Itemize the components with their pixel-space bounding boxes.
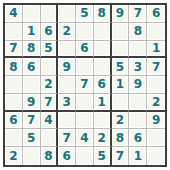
cell-r5c2-empty[interactable]: [23, 76, 41, 94]
cell-r9c6-given: 5: [94, 147, 112, 165]
cell-r9c2-empty[interactable]: [23, 147, 41, 165]
cell-r2c3-given: 6: [41, 23, 59, 41]
cell-r1c1-given: 4: [5, 5, 23, 23]
cell-r8c3-empty[interactable]: [41, 129, 59, 147]
cell-r4c8-given: 3: [129, 58, 147, 76]
cell-r2c2-given: 1: [23, 23, 41, 41]
cell-r5c3-given: 2: [41, 76, 59, 94]
cell-r3c1-given: 7: [5, 41, 23, 59]
cell-r8c4-given: 7: [58, 129, 76, 147]
cell-r9c5-empty[interactable]: [76, 147, 94, 165]
cell-r2c8-given: 8: [129, 23, 147, 41]
cell-r7c6-empty[interactable]: [94, 112, 112, 130]
cell-r6c8-empty[interactable]: [129, 94, 147, 112]
cell-r1c6-given: 8: [94, 5, 112, 23]
cell-r4c2-given: 6: [23, 58, 41, 76]
cell-r6c9-given: 2: [147, 94, 165, 112]
cell-r2c5-empty[interactable]: [76, 23, 94, 41]
cell-r1c7-given: 9: [112, 5, 130, 23]
cell-r4c7-given: 5: [112, 58, 130, 76]
cell-r7c5-empty[interactable]: [76, 112, 94, 130]
cell-r9c1-given: 2: [5, 147, 23, 165]
cell-r1c4-empty[interactable]: [58, 5, 76, 23]
cell-r5c8-given: 9: [129, 76, 147, 94]
cell-r5c6-given: 6: [94, 76, 112, 94]
cell-r7c2-given: 7: [23, 112, 41, 130]
cell-r2c6-empty[interactable]: [94, 23, 112, 41]
cell-r9c9-empty[interactable]: [147, 147, 165, 165]
cell-r2c1-empty[interactable]: [5, 23, 23, 41]
cell-r6c6-given: 1: [94, 94, 112, 112]
cell-r3c7-empty[interactable]: [112, 41, 130, 59]
cell-r1c9-given: 6: [147, 5, 165, 23]
cell-r5c4-empty[interactable]: [58, 76, 76, 94]
cell-r7c9-given: 9: [147, 112, 165, 130]
cell-r6c1-empty[interactable]: [5, 94, 23, 112]
cell-r6c7-empty[interactable]: [112, 94, 130, 112]
cell-r7c4-empty[interactable]: [58, 112, 76, 130]
cell-r9c8-given: 1: [129, 147, 147, 165]
cell-r3c5-given: 6: [76, 41, 94, 59]
cell-r6c3-given: 7: [41, 94, 59, 112]
cell-r4c9-given: 7: [147, 58, 165, 76]
cell-r1c2-empty[interactable]: [23, 5, 41, 23]
cell-r1c3-empty[interactable]: [41, 5, 59, 23]
cell-r4c4-given: 9: [58, 58, 76, 76]
cell-r2c7-empty[interactable]: [112, 23, 130, 41]
cell-r3c2-given: 8: [23, 41, 41, 59]
cell-r5c7-given: 1: [112, 76, 130, 94]
cell-r3c6-empty[interactable]: [94, 41, 112, 59]
cell-r4c5-empty[interactable]: [76, 58, 94, 76]
cell-r1c8-given: 7: [129, 5, 147, 23]
sudoku-board: 4589761628785618695372761997312674295742…: [3, 3, 167, 167]
cell-r8c5-given: 4: [76, 129, 94, 147]
cell-r7c1-given: 6: [5, 112, 23, 130]
cell-r7c8-empty[interactable]: [129, 112, 147, 130]
cell-r6c4-given: 3: [58, 94, 76, 112]
cell-r4c6-empty[interactable]: [94, 58, 112, 76]
cell-r4c1-given: 8: [5, 58, 23, 76]
cell-r2c4-given: 2: [58, 23, 76, 41]
cell-r6c5-empty[interactable]: [76, 94, 94, 112]
cell-r9c3-given: 8: [41, 147, 59, 165]
cell-r1c5-given: 5: [76, 5, 94, 23]
cell-r8c1-empty[interactable]: [5, 129, 23, 147]
sudoku-widget: 4589761628785618695372761997312674295742…: [0, 0, 170, 170]
cell-r8c8-given: 6: [129, 129, 147, 147]
cell-r3c3-given: 5: [41, 41, 59, 59]
cell-r8c9-empty[interactable]: [147, 129, 165, 147]
cell-r4c3-empty[interactable]: [41, 58, 59, 76]
cell-r7c3-given: 4: [41, 112, 59, 130]
cell-r8c6-given: 2: [94, 129, 112, 147]
cell-r9c7-given: 7: [112, 147, 130, 165]
cell-r3c9-given: 1: [147, 41, 165, 59]
cell-r6c2-given: 9: [23, 94, 41, 112]
cell-r8c2-given: 5: [23, 129, 41, 147]
cell-r5c1-empty[interactable]: [5, 76, 23, 94]
cell-r5c5-given: 7: [76, 76, 94, 94]
cell-r3c8-empty[interactable]: [129, 41, 147, 59]
cell-r3c4-empty[interactable]: [58, 41, 76, 59]
cell-r5c9-empty[interactable]: [147, 76, 165, 94]
cell-r8c7-given: 8: [112, 129, 130, 147]
cell-r7c7-given: 2: [112, 112, 130, 130]
cell-r9c4-given: 6: [58, 147, 76, 165]
cell-r2c9-empty[interactable]: [147, 23, 165, 41]
